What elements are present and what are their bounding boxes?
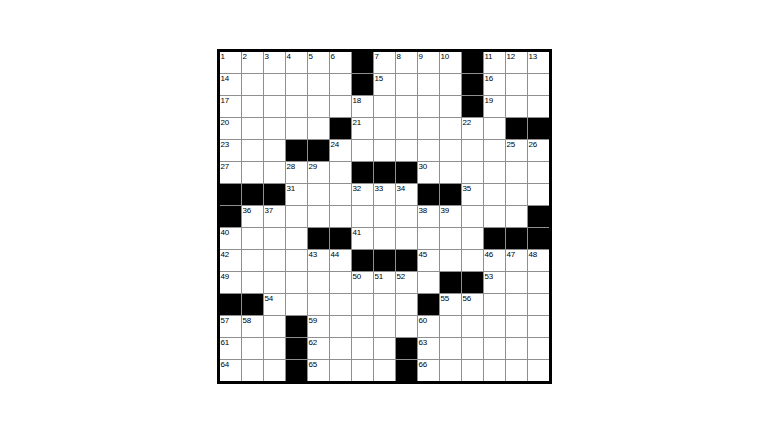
white-cell[interactable] <box>440 74 461 95</box>
white-cell[interactable] <box>352 140 373 161</box>
white-cell[interactable]: 53 <box>484 272 505 293</box>
white-cell[interactable] <box>374 338 395 359</box>
clue-number: 20 <box>221 118 229 127</box>
clue-number: 55 <box>441 294 449 303</box>
white-cell[interactable] <box>396 228 417 249</box>
white-cell[interactable] <box>286 206 307 227</box>
clue-number: 57 <box>221 316 229 325</box>
white-cell[interactable] <box>330 272 351 293</box>
clue-number: 40 <box>221 228 229 237</box>
white-cell[interactable] <box>440 96 461 117</box>
white-cell[interactable] <box>330 206 351 227</box>
clue-number: 60 <box>419 316 427 325</box>
white-cell[interactable] <box>308 294 329 315</box>
clue-number: 8 <box>397 52 401 61</box>
white-cell[interactable]: 57 <box>220 316 241 337</box>
black-cell <box>396 250 417 271</box>
white-cell[interactable] <box>352 206 373 227</box>
white-cell[interactable] <box>308 96 329 117</box>
black-cell <box>286 360 307 381</box>
white-cell[interactable] <box>286 250 307 271</box>
white-cell[interactable] <box>484 184 505 205</box>
black-cell <box>396 338 417 359</box>
white-cell[interactable]: 58 <box>242 316 263 337</box>
black-cell <box>220 294 241 315</box>
white-cell[interactable] <box>484 316 505 337</box>
white-cell[interactable]: 42 <box>220 250 241 271</box>
white-cell[interactable]: 41 <box>352 228 373 249</box>
white-cell[interactable]: 2 <box>242 52 263 73</box>
white-cell[interactable]: 30 <box>418 162 439 183</box>
clue-number: 41 <box>353 228 361 237</box>
white-cell[interactable] <box>242 250 263 271</box>
white-cell[interactable] <box>396 316 417 337</box>
black-cell <box>242 294 263 315</box>
white-cell[interactable] <box>506 360 527 381</box>
white-cell[interactable]: 40 <box>220 228 241 249</box>
white-cell[interactable] <box>418 96 439 117</box>
clue-number: 30 <box>419 162 427 171</box>
white-cell[interactable] <box>528 272 549 293</box>
white-cell[interactable]: 20 <box>220 118 241 139</box>
clue-number: 39 <box>441 206 449 215</box>
clue-number: 46 <box>485 250 493 259</box>
white-cell[interactable]: 26 <box>528 140 549 161</box>
white-cell[interactable]: 54 <box>264 294 285 315</box>
white-cell[interactable] <box>396 118 417 139</box>
white-cell[interactable]: 38 <box>418 206 439 227</box>
white-cell[interactable] <box>264 118 285 139</box>
white-cell[interactable] <box>418 74 439 95</box>
black-cell <box>506 118 527 139</box>
white-cell[interactable]: 3 <box>264 52 285 73</box>
clue-number: 33 <box>375 184 383 193</box>
white-cell[interactable] <box>462 250 483 271</box>
white-cell[interactable] <box>462 316 483 337</box>
white-cell[interactable] <box>242 338 263 359</box>
white-cell[interactable]: 61 <box>220 338 241 359</box>
clue-number: 61 <box>221 338 229 347</box>
white-cell[interactable] <box>528 338 549 359</box>
white-cell[interactable]: 25 <box>506 140 527 161</box>
white-cell[interactable] <box>484 140 505 161</box>
black-cell <box>396 162 417 183</box>
white-cell[interactable] <box>308 74 329 95</box>
white-cell[interactable] <box>396 294 417 315</box>
white-cell[interactable]: 66 <box>418 360 439 381</box>
white-cell[interactable]: 10 <box>440 52 461 73</box>
white-cell[interactable] <box>506 162 527 183</box>
black-cell <box>528 228 549 249</box>
white-cell[interactable] <box>440 250 461 271</box>
white-cell[interactable] <box>352 360 373 381</box>
black-cell <box>352 52 373 73</box>
white-cell[interactable] <box>374 96 395 117</box>
white-cell[interactable] <box>506 184 527 205</box>
white-cell[interactable] <box>330 96 351 117</box>
clue-number: 54 <box>265 294 273 303</box>
white-cell[interactable]: 9 <box>418 52 439 73</box>
clue-number: 37 <box>265 206 273 215</box>
white-cell[interactable] <box>484 294 505 315</box>
clue-number: 2 <box>243 52 247 61</box>
clue-number: 28 <box>287 162 295 171</box>
white-cell[interactable] <box>440 338 461 359</box>
white-cell[interactable]: 7 <box>374 52 395 73</box>
black-cell <box>286 316 307 337</box>
white-cell[interactable] <box>484 360 505 381</box>
white-cell[interactable] <box>264 360 285 381</box>
white-cell[interactable] <box>264 250 285 271</box>
clue-number: 24 <box>331 140 339 149</box>
white-cell[interactable] <box>418 140 439 161</box>
black-cell <box>462 52 483 73</box>
white-cell[interactable] <box>506 316 527 337</box>
white-cell[interactable] <box>484 162 505 183</box>
black-cell <box>418 184 439 205</box>
white-cell[interactable] <box>396 74 417 95</box>
white-cell[interactable] <box>308 184 329 205</box>
white-cell[interactable]: 22 <box>462 118 483 139</box>
clue-number: 22 <box>463 118 471 127</box>
white-cell[interactable] <box>484 206 505 227</box>
clue-number: 32 <box>353 184 361 193</box>
clue-number: 34 <box>397 184 405 193</box>
black-cell <box>242 184 263 205</box>
white-cell[interactable]: 37 <box>264 206 285 227</box>
white-cell[interactable] <box>242 360 263 381</box>
white-cell[interactable]: 5 <box>308 52 329 73</box>
white-cell[interactable] <box>242 74 263 95</box>
crossword-board: 1234567891011121314151617181920212223242… <box>217 49 552 384</box>
white-cell[interactable] <box>286 228 307 249</box>
clue-number: 16 <box>485 74 493 83</box>
clue-number: 23 <box>221 140 229 149</box>
clue-number: 58 <box>243 316 251 325</box>
white-cell[interactable] <box>374 118 395 139</box>
black-cell <box>220 206 241 227</box>
white-cell[interactable]: 29 <box>308 162 329 183</box>
white-cell[interactable] <box>374 360 395 381</box>
white-cell[interactable]: 1 <box>220 52 241 73</box>
white-cell[interactable] <box>528 162 549 183</box>
white-cell[interactable] <box>440 140 461 161</box>
white-cell[interactable] <box>330 360 351 381</box>
white-cell[interactable] <box>374 140 395 161</box>
white-cell[interactable] <box>528 360 549 381</box>
white-cell[interactable] <box>528 316 549 337</box>
clue-number: 17 <box>221 96 229 105</box>
white-cell[interactable]: 14 <box>220 74 241 95</box>
white-cell[interactable] <box>264 316 285 337</box>
white-cell[interactable] <box>396 206 417 227</box>
white-cell[interactable] <box>528 74 549 95</box>
black-cell <box>484 228 505 249</box>
white-cell[interactable] <box>286 118 307 139</box>
clue-number: 35 <box>463 184 471 193</box>
black-cell <box>506 228 527 249</box>
clue-number: 38 <box>419 206 427 215</box>
black-cell <box>352 74 373 95</box>
white-cell[interactable] <box>308 272 329 293</box>
white-cell[interactable] <box>462 360 483 381</box>
white-cell[interactable]: 4 <box>286 52 307 73</box>
clue-number: 15 <box>375 74 383 83</box>
white-cell[interactable] <box>286 272 307 293</box>
clue-number: 66 <box>419 360 427 369</box>
black-cell <box>396 360 417 381</box>
clue-number: 1 <box>221 52 225 61</box>
white-cell[interactable] <box>308 118 329 139</box>
white-cell[interactable] <box>264 140 285 161</box>
clue-number: 65 <box>309 360 317 369</box>
white-cell[interactable] <box>242 162 263 183</box>
white-cell[interactable]: 6 <box>330 52 351 73</box>
white-cell[interactable] <box>484 118 505 139</box>
white-cell[interactable] <box>242 272 263 293</box>
white-cell[interactable]: 65 <box>308 360 329 381</box>
white-cell[interactable]: 18 <box>352 96 373 117</box>
white-cell[interactable]: 34 <box>396 184 417 205</box>
white-cell[interactable] <box>484 338 505 359</box>
black-cell <box>308 228 329 249</box>
black-cell <box>440 272 461 293</box>
clue-number: 13 <box>529 52 537 61</box>
white-cell[interactable] <box>374 206 395 227</box>
clue-number: 14 <box>221 74 229 83</box>
white-cell[interactable] <box>330 162 351 183</box>
black-cell <box>220 184 241 205</box>
clue-number: 19 <box>485 96 493 105</box>
white-cell[interactable] <box>528 184 549 205</box>
white-cell[interactable]: 39 <box>440 206 461 227</box>
white-cell[interactable] <box>330 316 351 337</box>
clue-number: 62 <box>309 338 317 347</box>
white-cell[interactable]: 63 <box>418 338 439 359</box>
white-cell[interactable] <box>286 74 307 95</box>
clue-number: 31 <box>287 184 295 193</box>
white-cell[interactable] <box>264 272 285 293</box>
white-cell[interactable]: 48 <box>528 250 549 271</box>
white-cell[interactable]: 13 <box>528 52 549 73</box>
white-cell[interactable] <box>396 140 417 161</box>
black-cell <box>286 140 307 161</box>
clue-number: 21 <box>353 118 361 127</box>
white-cell[interactable] <box>330 184 351 205</box>
clue-number: 18 <box>353 96 361 105</box>
white-cell[interactable]: 33 <box>374 184 395 205</box>
white-cell[interactable]: 36 <box>242 206 263 227</box>
clue-number: 7 <box>375 52 379 61</box>
white-cell[interactable] <box>462 206 483 227</box>
white-cell[interactable]: 59 <box>308 316 329 337</box>
white-cell[interactable]: 60 <box>418 316 439 337</box>
black-cell <box>308 140 329 161</box>
white-cell[interactable] <box>418 118 439 139</box>
white-cell[interactable] <box>242 228 263 249</box>
black-cell <box>528 206 549 227</box>
clue-number: 49 <box>221 272 229 281</box>
black-cell <box>352 250 373 271</box>
white-cell[interactable] <box>374 294 395 315</box>
white-cell[interactable]: 11 <box>484 52 505 73</box>
white-cell[interactable]: 17 <box>220 96 241 117</box>
white-cell[interactable] <box>374 316 395 337</box>
white-cell[interactable] <box>528 96 549 117</box>
white-cell[interactable]: 55 <box>440 294 461 315</box>
white-cell[interactable] <box>418 272 439 293</box>
white-cell[interactable] <box>440 228 461 249</box>
clue-number: 63 <box>419 338 427 347</box>
white-cell[interactable] <box>330 338 351 359</box>
white-cell[interactable] <box>462 228 483 249</box>
white-cell[interactable]: 28 <box>286 162 307 183</box>
black-cell <box>462 74 483 95</box>
white-cell[interactable] <box>264 96 285 117</box>
white-cell[interactable] <box>462 140 483 161</box>
clue-number: 9 <box>419 52 423 61</box>
clue-number: 43 <box>309 250 317 259</box>
clue-number: 11 <box>485 52 493 61</box>
black-cell <box>352 162 373 183</box>
page-background: 1234567891011121314151617181920212223242… <box>0 0 768 432</box>
white-cell[interactable] <box>242 96 263 117</box>
white-cell[interactable] <box>418 228 439 249</box>
clue-number: 6 <box>331 52 335 61</box>
clue-number: 64 <box>221 360 229 369</box>
black-cell <box>462 272 483 293</box>
white-cell[interactable]: 32 <box>352 184 373 205</box>
white-cell[interactable]: 23 <box>220 140 241 161</box>
white-cell[interactable] <box>352 338 373 359</box>
white-cell[interactable]: 52 <box>396 272 417 293</box>
clue-number: 47 <box>507 250 515 259</box>
black-cell <box>264 184 285 205</box>
white-cell[interactable]: 8 <box>396 52 417 73</box>
white-cell[interactable]: 27 <box>220 162 241 183</box>
clue-number: 27 <box>221 162 229 171</box>
white-cell[interactable]: 43 <box>308 250 329 271</box>
black-cell <box>418 294 439 315</box>
clue-number: 25 <box>507 140 515 149</box>
clue-number: 12 <box>507 52 515 61</box>
white-cell[interactable] <box>242 140 263 161</box>
white-cell[interactable] <box>506 338 527 359</box>
white-cell[interactable] <box>264 74 285 95</box>
clue-number: 3 <box>265 52 269 61</box>
white-cell[interactable]: 19 <box>484 96 505 117</box>
white-cell[interactable] <box>264 228 285 249</box>
clue-number: 42 <box>221 250 229 259</box>
clue-number: 29 <box>309 162 317 171</box>
white-cell[interactable] <box>506 74 527 95</box>
white-cell[interactable] <box>286 96 307 117</box>
white-cell[interactable]: 44 <box>330 250 351 271</box>
white-cell[interactable] <box>506 272 527 293</box>
black-cell <box>462 96 483 117</box>
clue-number: 4 <box>287 52 291 61</box>
white-cell[interactable]: 35 <box>462 184 483 205</box>
white-cell[interactable]: 12 <box>506 52 527 73</box>
white-cell[interactable] <box>264 162 285 183</box>
white-cell[interactable]: 31 <box>286 184 307 205</box>
white-cell[interactable] <box>286 294 307 315</box>
white-cell[interactable]: 62 <box>308 338 329 359</box>
white-cell[interactable] <box>396 96 417 117</box>
black-cell <box>374 250 395 271</box>
clue-number: 53 <box>485 272 493 281</box>
clue-number: 44 <box>331 250 339 259</box>
white-cell[interactable] <box>506 206 527 227</box>
white-cell[interactable]: 64 <box>220 360 241 381</box>
clue-number: 51 <box>375 272 383 281</box>
white-cell[interactable] <box>352 316 373 337</box>
white-cell[interactable] <box>330 294 351 315</box>
white-cell[interactable] <box>352 294 373 315</box>
white-cell[interactable] <box>462 338 483 359</box>
white-cell[interactable]: 21 <box>352 118 373 139</box>
clue-number: 10 <box>441 52 449 61</box>
clue-number: 56 <box>463 294 471 303</box>
black-cell <box>440 184 461 205</box>
white-cell[interactable] <box>308 206 329 227</box>
white-cell[interactable]: 24 <box>330 140 351 161</box>
clue-number: 52 <box>397 272 405 281</box>
clue-number: 50 <box>353 272 361 281</box>
white-cell[interactable] <box>242 118 263 139</box>
white-cell[interactable]: 56 <box>462 294 483 315</box>
clue-number: 45 <box>419 250 427 259</box>
white-cell[interactable] <box>440 360 461 381</box>
white-cell[interactable] <box>506 294 527 315</box>
white-cell[interactable] <box>506 96 527 117</box>
white-cell[interactable]: 16 <box>484 74 505 95</box>
white-cell[interactable] <box>462 162 483 183</box>
white-cell[interactable] <box>330 74 351 95</box>
white-cell[interactable]: 15 <box>374 74 395 95</box>
black-cell <box>528 118 549 139</box>
white-cell[interactable]: 50 <box>352 272 373 293</box>
black-cell <box>374 162 395 183</box>
white-cell[interactable]: 49 <box>220 272 241 293</box>
clue-number: 5 <box>309 52 313 61</box>
black-cell <box>286 338 307 359</box>
white-cell[interactable]: 47 <box>506 250 527 271</box>
white-cell[interactable]: 46 <box>484 250 505 271</box>
clue-number: 36 <box>243 206 251 215</box>
white-cell[interactable] <box>264 338 285 359</box>
white-cell[interactable] <box>528 294 549 315</box>
black-cell <box>330 118 351 139</box>
white-cell[interactable] <box>440 118 461 139</box>
white-cell[interactable]: 51 <box>374 272 395 293</box>
clue-number: 48 <box>529 250 537 259</box>
white-cell[interactable] <box>440 162 461 183</box>
black-cell <box>330 228 351 249</box>
white-cell[interactable] <box>440 316 461 337</box>
clue-number: 59 <box>309 316 317 325</box>
clue-number: 26 <box>529 140 537 149</box>
white-cell[interactable]: 45 <box>418 250 439 271</box>
white-cell[interactable] <box>374 228 395 249</box>
